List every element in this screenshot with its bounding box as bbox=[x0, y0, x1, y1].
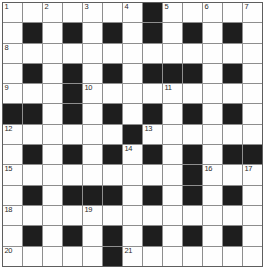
cell-r13c3[interactable] bbox=[43, 247, 62, 266]
cell-r5c7[interactable] bbox=[123, 84, 142, 103]
cell-r13c11[interactable] bbox=[203, 247, 222, 266]
black-cell-r4c4 bbox=[63, 64, 82, 83]
black-cell-r4c9 bbox=[163, 64, 182, 83]
cell-r7c9[interactable] bbox=[163, 125, 182, 144]
black-cell-r4c10 bbox=[183, 64, 202, 83]
cell-r7c10[interactable] bbox=[183, 125, 202, 144]
cell-r9c12[interactable] bbox=[223, 165, 242, 184]
cell-r13c8[interactable] bbox=[143, 247, 162, 266]
cell-r7c12[interactable] bbox=[223, 125, 242, 144]
black-cell-r10c5 bbox=[83, 186, 102, 205]
black-cell-r9c10 bbox=[183, 165, 202, 184]
cell-r7c8[interactable]: 13 bbox=[143, 125, 162, 144]
cell-r7c2[interactable] bbox=[23, 125, 42, 144]
black-cell-r10c2 bbox=[23, 186, 42, 205]
cell-r10c9[interactable] bbox=[163, 186, 182, 205]
cell-r12c1[interactable] bbox=[3, 226, 22, 245]
cell-r1c9[interactable]: 5 bbox=[163, 3, 182, 22]
cell-r2c13[interactable] bbox=[243, 23, 262, 42]
black-cell-r8c13 bbox=[243, 145, 262, 164]
cell-r11c9[interactable] bbox=[163, 206, 182, 225]
cell-r7c11[interactable] bbox=[203, 125, 222, 144]
clue-number-15: 15 bbox=[5, 165, 13, 173]
cell-r1c3[interactable]: 2 bbox=[43, 3, 62, 22]
black-cell-r12c2 bbox=[23, 226, 42, 245]
cell-r7c1[interactable]: 12 bbox=[3, 125, 22, 144]
cell-r11c11[interactable] bbox=[203, 206, 222, 225]
cell-r6c5[interactable] bbox=[83, 104, 102, 123]
cell-r3c12[interactable] bbox=[223, 44, 242, 63]
clue-number-17: 17 bbox=[245, 165, 253, 173]
cell-r13c5[interactable] bbox=[83, 247, 102, 266]
cell-r5c9[interactable]: 11 bbox=[163, 84, 182, 103]
cell-r12c9[interactable] bbox=[163, 226, 182, 245]
black-cell-r12c8 bbox=[143, 226, 162, 245]
cell-r5c8[interactable] bbox=[143, 84, 162, 103]
cell-r4c5[interactable] bbox=[83, 64, 102, 83]
cell-r13c9[interactable] bbox=[163, 247, 182, 266]
clue-number-8: 8 bbox=[5, 44, 9, 52]
black-cell-r8c2 bbox=[23, 145, 42, 164]
cell-r2c7[interactable] bbox=[123, 23, 142, 42]
black-cell-r4c8 bbox=[143, 64, 162, 83]
cell-r5c12[interactable] bbox=[223, 84, 242, 103]
black-cell-r4c12 bbox=[223, 64, 242, 83]
cell-r9c5[interactable] bbox=[83, 165, 102, 184]
cell-r12c7[interactable] bbox=[123, 226, 142, 245]
black-cell-r2c8 bbox=[143, 23, 162, 42]
black-cell-r6c4 bbox=[63, 104, 82, 123]
cell-r4c11[interactable] bbox=[203, 64, 222, 83]
black-cell-r4c2 bbox=[23, 64, 42, 83]
cell-r3c2[interactable] bbox=[23, 44, 42, 63]
cell-r9c11[interactable]: 16 bbox=[203, 165, 222, 184]
cell-r11c5[interactable]: 19 bbox=[83, 206, 102, 225]
cell-r2c1[interactable] bbox=[3, 23, 22, 42]
cell-r6c13[interactable] bbox=[243, 104, 262, 123]
cell-r5c10[interactable] bbox=[183, 84, 202, 103]
cell-r12c13[interactable] bbox=[243, 226, 262, 245]
clue-number-4: 4 bbox=[125, 3, 129, 11]
cell-r4c3[interactable] bbox=[43, 64, 62, 83]
cell-r6c9[interactable] bbox=[163, 104, 182, 123]
black-cell-r6c6 bbox=[103, 104, 122, 123]
clue-number-21: 21 bbox=[125, 247, 133, 255]
clue-number-20: 20 bbox=[5, 247, 13, 255]
cell-r1c2[interactable] bbox=[23, 3, 42, 22]
cell-r1c12[interactable] bbox=[223, 3, 242, 22]
black-cell-r12c4 bbox=[63, 226, 82, 245]
cell-r3c10[interactable] bbox=[183, 44, 202, 63]
cell-r3c1[interactable]: 8 bbox=[3, 44, 22, 63]
black-cell-r2c12 bbox=[223, 23, 242, 42]
cell-r12c11[interactable] bbox=[203, 226, 222, 245]
cell-r11c13[interactable] bbox=[243, 206, 262, 225]
crossword-board: 123456789101112131415161718192021 bbox=[0, 0, 264, 267]
cell-r11c1[interactable]: 18 bbox=[3, 206, 22, 225]
clue-number-11: 11 bbox=[165, 84, 172, 92]
cell-r1c1[interactable]: 1 bbox=[3, 3, 22, 22]
black-cell-r6c10 bbox=[183, 104, 202, 123]
black-cell-r10c12 bbox=[223, 186, 242, 205]
cell-r3c8[interactable] bbox=[143, 44, 162, 63]
clue-number-16: 16 bbox=[205, 165, 213, 173]
cell-r11c2[interactable] bbox=[23, 206, 42, 225]
clue-number-12: 12 bbox=[5, 125, 13, 133]
clue-number-9: 9 bbox=[5, 84, 9, 92]
cell-r3c3[interactable] bbox=[43, 44, 62, 63]
cell-r5c13[interactable] bbox=[243, 84, 262, 103]
black-cell-r10c10 bbox=[183, 186, 202, 205]
clue-number-19: 19 bbox=[85, 206, 93, 214]
cell-r8c5[interactable] bbox=[83, 145, 102, 164]
black-cell-r8c6 bbox=[103, 145, 122, 164]
cell-r4c13[interactable] bbox=[243, 64, 262, 83]
cell-r13c2[interactable] bbox=[23, 247, 42, 266]
cell-r11c4[interactable] bbox=[63, 206, 82, 225]
cell-r13c10[interactable] bbox=[183, 247, 202, 266]
cell-r5c5[interactable]: 10 bbox=[83, 84, 102, 103]
cell-r5c1[interactable]: 9 bbox=[3, 84, 22, 103]
cell-r5c3[interactable] bbox=[43, 84, 62, 103]
cell-r13c13[interactable] bbox=[243, 247, 262, 266]
clue-number-14: 14 bbox=[125, 145, 133, 153]
cell-r11c6[interactable] bbox=[103, 206, 122, 225]
cell-r9c13[interactable]: 17 bbox=[243, 165, 262, 184]
black-cell-r8c12 bbox=[223, 145, 242, 164]
cell-r4c7[interactable] bbox=[123, 64, 142, 83]
cell-r13c1[interactable]: 20 bbox=[3, 247, 22, 266]
cell-r2c5[interactable] bbox=[83, 23, 102, 42]
black-cell-r2c6 bbox=[103, 23, 122, 42]
cell-r9c9[interactable] bbox=[163, 165, 182, 184]
cell-r5c6[interactable] bbox=[103, 84, 122, 103]
cell-r9c6[interactable] bbox=[103, 165, 122, 184]
cell-r13c4[interactable] bbox=[63, 247, 82, 266]
cell-r11c7[interactable] bbox=[123, 206, 142, 225]
black-cell-r13c6 bbox=[103, 247, 122, 266]
cell-r8c7[interactable]: 14 bbox=[123, 145, 142, 164]
cell-r13c12[interactable] bbox=[223, 247, 242, 266]
cell-r9c2[interactable] bbox=[23, 165, 42, 184]
clue-number-1: 1 bbox=[5, 3, 9, 11]
black-cell-r6c8 bbox=[143, 104, 162, 123]
cell-r10c13[interactable] bbox=[243, 186, 262, 205]
cell-r1c6[interactable] bbox=[103, 3, 122, 22]
cell-r11c3[interactable] bbox=[43, 206, 62, 225]
black-cell-r6c2 bbox=[23, 104, 42, 123]
cell-r5c2[interactable] bbox=[23, 84, 42, 103]
cell-r11c8[interactable] bbox=[143, 206, 162, 225]
cell-r10c11[interactable] bbox=[203, 186, 222, 205]
black-cell-r10c8 bbox=[143, 186, 162, 205]
cell-r12c5[interactable] bbox=[83, 226, 102, 245]
cell-r3c5[interactable] bbox=[83, 44, 102, 63]
black-cell-r7c7 bbox=[123, 125, 142, 144]
cell-r6c7[interactable] bbox=[123, 104, 142, 123]
clue-number-2: 2 bbox=[45, 3, 49, 11]
black-cell-r2c2 bbox=[23, 23, 42, 42]
black-cell-r12c12 bbox=[223, 226, 242, 245]
cell-r3c7[interactable] bbox=[123, 44, 142, 63]
cell-r3c13[interactable] bbox=[243, 44, 262, 63]
clue-number-7: 7 bbox=[245, 3, 249, 11]
black-cell-r1c8 bbox=[143, 3, 162, 22]
crossword-grid: 123456789101112131415161718192021 bbox=[2, 2, 263, 267]
black-cell-r8c8 bbox=[143, 145, 162, 164]
clue-number-10: 10 bbox=[85, 84, 93, 92]
cell-r1c4[interactable] bbox=[63, 3, 82, 22]
cell-r7c5[interactable] bbox=[83, 125, 102, 144]
cell-r9c1[interactable]: 15 bbox=[3, 165, 22, 184]
cell-r8c11[interactable] bbox=[203, 145, 222, 164]
cell-r2c11[interactable] bbox=[203, 23, 222, 42]
black-cell-r2c10 bbox=[183, 23, 202, 42]
cell-r10c1[interactable] bbox=[3, 186, 22, 205]
cell-r3c11[interactable] bbox=[203, 44, 222, 63]
black-cell-r12c6 bbox=[103, 226, 122, 245]
black-cell-r5c4 bbox=[63, 84, 82, 103]
cell-r1c11[interactable]: 6 bbox=[203, 3, 222, 22]
cell-r7c4[interactable] bbox=[63, 125, 82, 144]
cell-r11c12[interactable] bbox=[223, 206, 242, 225]
cell-r5c11[interactable] bbox=[203, 84, 222, 103]
black-cell-r10c6 bbox=[103, 186, 122, 205]
cell-r9c4[interactable] bbox=[63, 165, 82, 184]
cell-r6c3[interactable] bbox=[43, 104, 62, 123]
cell-r11c10[interactable] bbox=[183, 206, 202, 225]
black-cell-r6c1 bbox=[3, 104, 22, 123]
black-cell-r2c4 bbox=[63, 23, 82, 42]
cell-r8c1[interactable] bbox=[3, 145, 22, 164]
cell-r7c3[interactable] bbox=[43, 125, 62, 144]
cell-r3c9[interactable] bbox=[163, 44, 182, 63]
cell-r9c8[interactable] bbox=[143, 165, 162, 184]
cell-r4c1[interactable] bbox=[3, 64, 22, 83]
cell-r12c3[interactable] bbox=[43, 226, 62, 245]
cell-r9c7[interactable] bbox=[123, 165, 142, 184]
black-cell-r8c10 bbox=[183, 145, 202, 164]
clue-number-3: 3 bbox=[85, 3, 89, 11]
cell-r3c6[interactable] bbox=[103, 44, 122, 63]
clue-number-5: 5 bbox=[165, 3, 169, 11]
cell-r6c11[interactable] bbox=[203, 104, 222, 123]
cell-r9c3[interactable] bbox=[43, 165, 62, 184]
black-cell-r6c12 bbox=[223, 104, 242, 123]
black-cell-r12c10 bbox=[183, 226, 202, 245]
cell-r10c3[interactable] bbox=[43, 186, 62, 205]
cell-r10c7[interactable] bbox=[123, 186, 142, 205]
cell-r8c9[interactable] bbox=[163, 145, 182, 164]
cell-r2c9[interactable] bbox=[163, 23, 182, 42]
cell-r1c5[interactable]: 3 bbox=[83, 3, 102, 22]
cell-r2c3[interactable] bbox=[43, 23, 62, 42]
cell-r13c7[interactable]: 21 bbox=[123, 247, 142, 266]
cell-r3c4[interactable] bbox=[63, 44, 82, 63]
clue-number-6: 6 bbox=[205, 3, 209, 11]
black-cell-r8c4 bbox=[63, 145, 82, 164]
cell-r7c6[interactable] bbox=[103, 125, 122, 144]
cell-r8c3[interactable] bbox=[43, 145, 62, 164]
clue-number-13: 13 bbox=[145, 125, 153, 133]
cell-r1c13[interactable]: 7 bbox=[243, 3, 262, 22]
cell-r7c13[interactable] bbox=[243, 125, 262, 144]
clue-number-18: 18 bbox=[5, 206, 13, 214]
black-cell-r4c6 bbox=[103, 64, 122, 83]
cell-r1c7[interactable]: 4 bbox=[123, 3, 142, 22]
cell-r1c10[interactable] bbox=[183, 3, 202, 22]
black-cell-r10c4 bbox=[63, 186, 82, 205]
